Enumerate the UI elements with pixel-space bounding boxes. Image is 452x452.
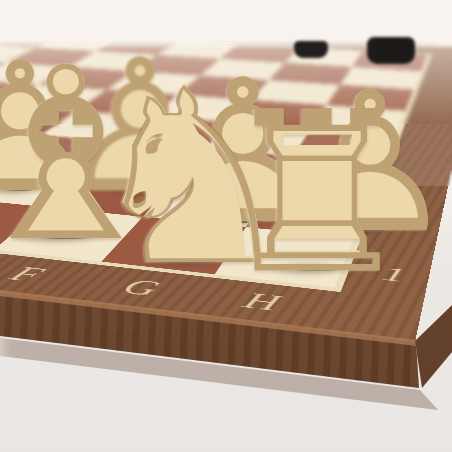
pieces-layer: ♟♙♝♗♟♙♞♘♟♙♜♖♟♙ — [0, 0, 452, 452]
piece-white-rook-h1: ♜♖ — [206, 82, 428, 304]
photo-chessboard-scene: ABCDEFGH 1 ♟♙♝♗♟♙♞♘♟♙♜♖♟♙ — [0, 0, 452, 452]
rook-glyph-outline: ♖ — [206, 82, 428, 304]
